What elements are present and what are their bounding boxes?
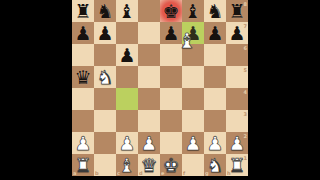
piece-white-king-e1[interactable]: ♚ <box>160 154 182 176</box>
piece-white-knight-g1[interactable]: ♞ <box>204 154 226 176</box>
square-a3[interactable] <box>72 110 94 132</box>
square-d5[interactable] <box>138 66 160 88</box>
piece-white-pawn-h2[interactable]: ♟ <box>226 132 248 154</box>
square-d4[interactable] <box>138 88 160 110</box>
square-b4[interactable] <box>94 88 116 110</box>
square-f3[interactable] <box>182 110 204 132</box>
piece-white-pawn-g2[interactable]: ♟ <box>204 132 226 154</box>
square-g4[interactable] <box>204 88 226 110</box>
piece-white-pawn-f2[interactable]: ♟ <box>182 132 204 154</box>
piece-white-queen-d1[interactable]: ♛ <box>138 154 160 176</box>
piece-black-queen-a5[interactable]: ♛ <box>72 66 94 88</box>
piece-white-pawn-d2[interactable]: ♟ <box>138 132 160 154</box>
square-d3[interactable] <box>138 110 160 132</box>
square-d6[interactable] <box>138 44 160 66</box>
square-f4[interactable] <box>182 88 204 110</box>
piece-black-knight-g8[interactable]: ♞ <box>204 0 226 22</box>
piece-white-bishop-c1[interactable]: ♝ <box>116 154 138 176</box>
piece-black-pawn-g7[interactable]: ♟ <box>204 22 226 44</box>
piece-white-rook-a1[interactable]: ♜ <box>72 154 94 176</box>
square-c7[interactable] <box>116 22 138 44</box>
piece-black-pawn-b7[interactable]: ♟ <box>94 22 116 44</box>
file-label-b: b <box>95 170 99 176</box>
square-c3[interactable] <box>116 110 138 132</box>
square-g3[interactable] <box>204 110 226 132</box>
chess-board[interactable]: 87654321abcdefgh♜♞♝♚♝♞♜♟♟♟♟♟♟♟♛♞♟♟♟♟♟♟♜♝… <box>72 0 248 176</box>
square-a4[interactable] <box>72 88 94 110</box>
piece-white-pawn-c2[interactable]: ♟ <box>116 132 138 154</box>
square-e5[interactable] <box>160 66 182 88</box>
piece-white-bishop-moving-c4-f7[interactable]: ♝ <box>176 30 198 52</box>
piece-black-knight-b8[interactable]: ♞ <box>94 0 116 22</box>
square-d7[interactable] <box>138 22 160 44</box>
piece-black-bishop-f8[interactable]: ♝ <box>182 0 204 22</box>
piece-black-rook-a8[interactable]: ♜ <box>72 0 94 22</box>
rank-label-4: 4 <box>244 89 247 95</box>
square-g6[interactable] <box>204 44 226 66</box>
rank-label-3: 3 <box>244 111 247 117</box>
square-g5[interactable] <box>204 66 226 88</box>
video-frame: 87654321abcdefgh♜♞♝♚♝♞♜♟♟♟♟♟♟♟♛♞♟♟♟♟♟♟♜♝… <box>0 0 320 180</box>
file-label-f: f <box>183 170 185 176</box>
square-e3[interactable] <box>160 110 182 132</box>
square-e4[interactable] <box>160 88 182 110</box>
square-f5[interactable] <box>182 66 204 88</box>
square-f1[interactable] <box>182 154 204 176</box>
piece-black-pawn-h7[interactable]: ♟ <box>226 22 248 44</box>
square-a6[interactable] <box>72 44 94 66</box>
square-c4[interactable] <box>116 88 138 110</box>
piece-black-rook-h8[interactable]: ♜ <box>226 0 248 22</box>
square-b6[interactable] <box>94 44 116 66</box>
square-c5[interactable] <box>116 66 138 88</box>
rank-label-5: 5 <box>244 67 247 73</box>
piece-white-pawn-a2[interactable]: ♟ <box>72 132 94 154</box>
piece-white-rook-h1[interactable]: ♜ <box>226 154 248 176</box>
square-e2[interactable] <box>160 132 182 154</box>
square-b2[interactable] <box>94 132 116 154</box>
piece-black-pawn-c6[interactable]: ♟ <box>116 44 138 66</box>
piece-black-king-e8[interactable]: ♚ <box>160 0 182 22</box>
square-d8[interactable] <box>138 0 160 22</box>
rank-label-6: 6 <box>244 45 247 51</box>
piece-black-bishop-c8[interactable]: ♝ <box>116 0 138 22</box>
piece-black-pawn-a7[interactable]: ♟ <box>72 22 94 44</box>
square-b3[interactable] <box>94 110 116 132</box>
piece-white-knight-b5[interactable]: ♞ <box>94 66 116 88</box>
